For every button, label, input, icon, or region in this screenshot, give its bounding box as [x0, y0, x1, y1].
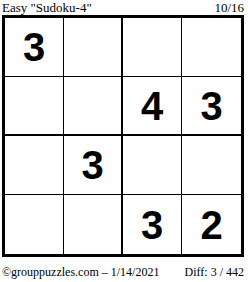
cell-r2c4: 3 — [182, 77, 241, 136]
sudoku-board: 3 4 3 3 3 2 — [2, 15, 244, 257]
cell-r3c3[interactable] — [123, 136, 182, 195]
cell-r1c1: 3 — [5, 18, 64, 77]
puzzle-page: Easy "Sudoku-4" 10/16 3 4 3 3 3 2 ©group… — [0, 0, 248, 282]
cell-r1c4[interactable] — [182, 18, 241, 77]
difficulty-text: Diff: 3 / 442 — [185, 265, 244, 279]
cell-r4c1[interactable] — [5, 195, 64, 254]
puzzle-title: Easy "Sudoku-4" — [2, 0, 92, 15]
cell-r1c3[interactable] — [123, 18, 182, 77]
cell-r3c1[interactable] — [5, 136, 64, 195]
cell-r4c3: 3 — [123, 195, 182, 254]
copyright-text: ©grouppuzzles.com – 1/14/2021 — [2, 265, 159, 279]
cell-r2c1[interactable] — [5, 77, 64, 136]
cell-r1c2[interactable] — [64, 18, 123, 77]
footer: ©grouppuzzles.com – 1/14/2021 Diff: 3 / … — [2, 265, 244, 279]
cell-r3c4[interactable] — [182, 136, 241, 195]
cell-r2c2[interactable] — [64, 77, 123, 136]
cell-r2c3: 4 — [123, 77, 182, 136]
cell-r3c2: 3 — [64, 136, 123, 195]
header: Easy "Sudoku-4" 10/16 — [2, 0, 244, 15]
cell-r4c4: 2 — [182, 195, 241, 254]
cell-r4c2[interactable] — [64, 195, 123, 254]
puzzle-counter: 10/16 — [214, 0, 244, 15]
